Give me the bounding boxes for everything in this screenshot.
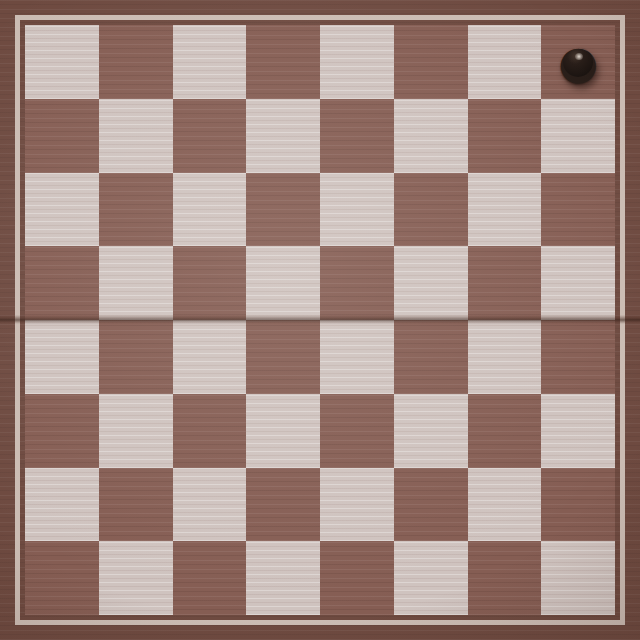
square-g5[interactable] [468,246,542,320]
square-c3[interactable] [173,394,247,468]
square-f2[interactable] [394,468,468,542]
square-g7[interactable] [468,99,542,173]
square-a3[interactable] [25,394,99,468]
square-c5[interactable] [173,246,247,320]
board-grid: ● [25,25,615,615]
square-f1[interactable] [394,541,468,615]
square-a5[interactable] [25,246,99,320]
square-a4[interactable] [25,320,99,394]
square-a1[interactable] [25,541,99,615]
square-a8[interactable] [25,25,99,99]
square-g3[interactable] [468,394,542,468]
black-piece[interactable]: ● [561,45,595,79]
square-e4[interactable] [320,320,394,394]
square-d6[interactable] [246,173,320,247]
square-f8[interactable] [394,25,468,99]
square-f4[interactable] [394,320,468,394]
square-e7[interactable] [320,99,394,173]
square-h3[interactable] [541,394,615,468]
square-g4[interactable] [468,320,542,394]
square-g6[interactable] [468,173,542,247]
square-d7[interactable] [246,99,320,173]
square-c2[interactable] [173,468,247,542]
square-c7[interactable] [173,99,247,173]
square-e5[interactable] [320,246,394,320]
square-c1[interactable] [173,541,247,615]
square-c4[interactable] [173,320,247,394]
square-b5[interactable] [99,246,173,320]
square-h1[interactable] [541,541,615,615]
square-d8[interactable] [246,25,320,99]
chessboard-photo: ● [0,0,640,640]
square-e1[interactable] [320,541,394,615]
square-c6[interactable] [173,173,247,247]
square-h6[interactable] [541,173,615,247]
square-h5[interactable] [541,246,615,320]
square-b7[interactable] [99,99,173,173]
square-b2[interactable] [99,468,173,542]
square-g8[interactable] [468,25,542,99]
square-b3[interactable] [99,394,173,468]
square-g2[interactable] [468,468,542,542]
square-b4[interactable] [99,320,173,394]
square-h7[interactable] [541,99,615,173]
square-a7[interactable] [25,99,99,173]
square-e2[interactable] [320,468,394,542]
square-h8[interactable]: ● [541,25,615,99]
square-b6[interactable] [99,173,173,247]
square-c8[interactable] [173,25,247,99]
piece-glyph: ● [558,45,598,79]
square-e6[interactable] [320,173,394,247]
square-b1[interactable] [99,541,173,615]
square-g1[interactable] [468,541,542,615]
square-e8[interactable] [320,25,394,99]
square-a6[interactable] [25,173,99,247]
square-h4[interactable] [541,320,615,394]
square-d2[interactable] [246,468,320,542]
square-e3[interactable] [320,394,394,468]
square-b8[interactable] [99,25,173,99]
square-d4[interactable] [246,320,320,394]
square-a2[interactable] [25,468,99,542]
square-f7[interactable] [394,99,468,173]
square-f6[interactable] [394,173,468,247]
square-d5[interactable] [246,246,320,320]
square-f3[interactable] [394,394,468,468]
square-d3[interactable] [246,394,320,468]
square-h2[interactable] [541,468,615,542]
square-d1[interactable] [246,541,320,615]
square-f5[interactable] [394,246,468,320]
